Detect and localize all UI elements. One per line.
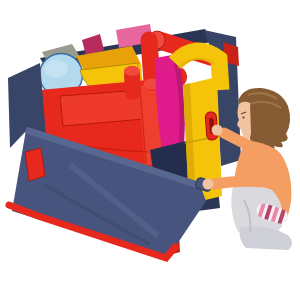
- product-photo: [0, 0, 300, 300]
- cylinder-highlight: [44, 60, 68, 78]
- small-roll-cap: [124, 66, 140, 76]
- soft-play-scene: [0, 0, 300, 300]
- upright-roll-cushion: [149, 40, 152, 82]
- child-upper-hand: [212, 125, 223, 136]
- child-eye: [243, 117, 245, 119]
- mat-left-strap: [25, 148, 45, 181]
- small-roll-block: [124, 66, 140, 92]
- child-lower-hand: [203, 179, 214, 190]
- small-roll-body: [132, 74, 133, 92]
- child-lower-arm: [214, 181, 262, 184]
